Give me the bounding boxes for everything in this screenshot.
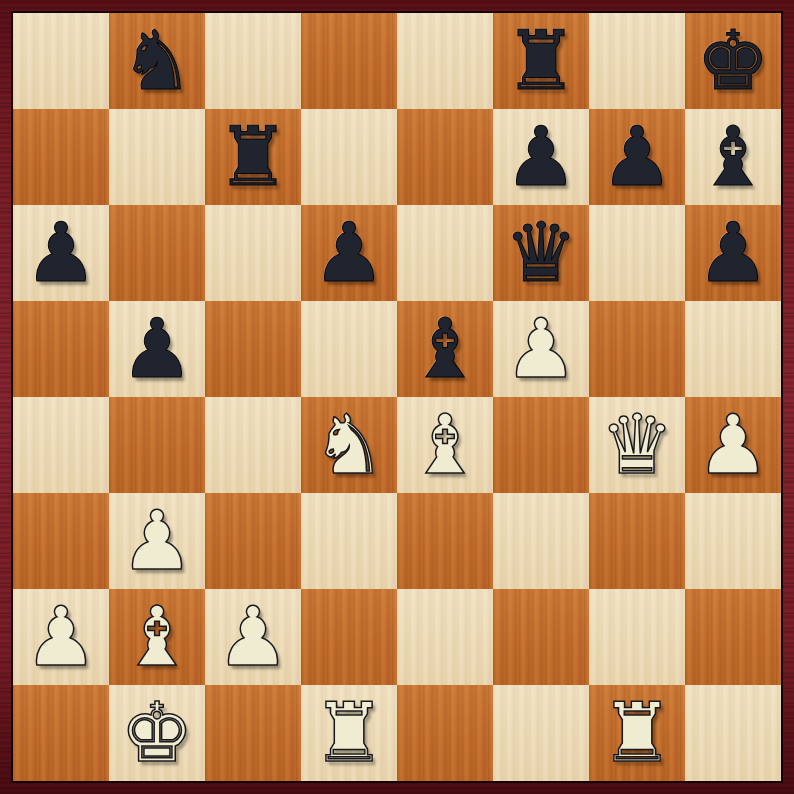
square-f4[interactable] <box>493 397 589 493</box>
square-c7[interactable]: ♜ <box>205 109 301 205</box>
square-f3[interactable] <box>493 493 589 589</box>
square-e1[interactable] <box>397 685 493 781</box>
black-pawn[interactable]: ♟ <box>696 205 770 301</box>
square-c1[interactable] <box>205 685 301 781</box>
white-knight[interactable]: ♞ <box>312 397 386 493</box>
square-g7[interactable]: ♟ <box>589 109 685 205</box>
square-a8[interactable] <box>13 13 109 109</box>
square-g4[interactable]: ♛ <box>589 397 685 493</box>
square-h8[interactable]: ♚ <box>685 13 781 109</box>
square-b8[interactable]: ♞ <box>109 13 205 109</box>
square-d7[interactable] <box>301 109 397 205</box>
square-h6[interactable]: ♟ <box>685 205 781 301</box>
square-c2[interactable]: ♟ <box>205 589 301 685</box>
square-b5[interactable]: ♟ <box>109 301 205 397</box>
square-d5[interactable] <box>301 301 397 397</box>
square-d2[interactable] <box>301 589 397 685</box>
black-rook[interactable]: ♜ <box>216 109 290 205</box>
square-e5[interactable]: ♝ <box>397 301 493 397</box>
white-pawn[interactable]: ♟ <box>696 397 770 493</box>
black-pawn[interactable]: ♟ <box>600 109 674 205</box>
square-d6[interactable]: ♟ <box>301 205 397 301</box>
square-f7[interactable]: ♟ <box>493 109 589 205</box>
square-e4[interactable]: ♝ <box>397 397 493 493</box>
square-f5[interactable]: ♟ <box>493 301 589 397</box>
square-e2[interactable] <box>397 589 493 685</box>
black-bishop[interactable]: ♝ <box>696 109 770 205</box>
white-pawn[interactable]: ♟ <box>216 589 290 685</box>
square-b4[interactable] <box>109 397 205 493</box>
square-d3[interactable] <box>301 493 397 589</box>
square-d1[interactable]: ♜ <box>301 685 397 781</box>
black-bishop[interactable]: ♝ <box>408 301 482 397</box>
square-h3[interactable] <box>685 493 781 589</box>
square-a6[interactable]: ♟ <box>13 205 109 301</box>
square-f1[interactable] <box>493 685 589 781</box>
black-pawn[interactable]: ♟ <box>504 109 578 205</box>
black-rook[interactable]: ♜ <box>504 13 578 109</box>
square-b2[interactable]: ♝ <box>109 589 205 685</box>
square-d4[interactable]: ♞ <box>301 397 397 493</box>
square-e7[interactable] <box>397 109 493 205</box>
square-h5[interactable] <box>685 301 781 397</box>
square-f2[interactable] <box>493 589 589 685</box>
square-c5[interactable] <box>205 301 301 397</box>
black-knight[interactable]: ♞ <box>120 13 194 109</box>
square-g3[interactable] <box>589 493 685 589</box>
square-a4[interactable] <box>13 397 109 493</box>
black-pawn[interactable]: ♟ <box>120 301 194 397</box>
white-rook[interactable]: ♜ <box>312 685 386 781</box>
square-g1[interactable]: ♜ <box>589 685 685 781</box>
square-b3[interactable]: ♟ <box>109 493 205 589</box>
white-bishop[interactable]: ♝ <box>120 589 194 685</box>
square-e6[interactable] <box>397 205 493 301</box>
square-b6[interactable] <box>109 205 205 301</box>
square-h1[interactable] <box>685 685 781 781</box>
square-g5[interactable] <box>589 301 685 397</box>
white-pawn[interactable]: ♟ <box>504 301 578 397</box>
black-king[interactable]: ♚ <box>696 13 770 109</box>
white-queen[interactable]: ♛ <box>600 397 674 493</box>
square-c8[interactable] <box>205 13 301 109</box>
square-e3[interactable] <box>397 493 493 589</box>
black-pawn[interactable]: ♟ <box>24 205 98 301</box>
square-c4[interactable] <box>205 397 301 493</box>
square-c6[interactable] <box>205 205 301 301</box>
square-f6[interactable]: ♛ <box>493 205 589 301</box>
white-bishop[interactable]: ♝ <box>408 397 482 493</box>
black-pawn[interactable]: ♟ <box>312 205 386 301</box>
square-h2[interactable] <box>685 589 781 685</box>
white-rook[interactable]: ♜ <box>600 685 674 781</box>
black-queen[interactable]: ♛ <box>504 205 578 301</box>
square-d8[interactable] <box>301 13 397 109</box>
square-c3[interactable] <box>205 493 301 589</box>
board-frame: ♞♜♚♜♟♟♝♟♟♛♟♟♝♟♞♝♛♟♟♟♝♟♚♜♜ <box>0 0 794 794</box>
chess-board: ♞♜♚♜♟♟♝♟♟♛♟♟♝♟♞♝♛♟♟♟♝♟♚♜♜ <box>11 11 783 783</box>
square-g6[interactable] <box>589 205 685 301</box>
square-a5[interactable] <box>13 301 109 397</box>
square-b1[interactable]: ♚ <box>109 685 205 781</box>
square-g8[interactable] <box>589 13 685 109</box>
white-pawn[interactable]: ♟ <box>24 589 98 685</box>
square-h4[interactable]: ♟ <box>685 397 781 493</box>
square-f8[interactable]: ♜ <box>493 13 589 109</box>
white-pawn[interactable]: ♟ <box>120 493 194 589</box>
white-king[interactable]: ♚ <box>120 685 194 781</box>
square-g2[interactable] <box>589 589 685 685</box>
square-h7[interactable]: ♝ <box>685 109 781 205</box>
square-a3[interactable] <box>13 493 109 589</box>
square-a7[interactable] <box>13 109 109 205</box>
square-b7[interactable] <box>109 109 205 205</box>
square-a1[interactable] <box>13 685 109 781</box>
square-e8[interactable] <box>397 13 493 109</box>
square-a2[interactable]: ♟ <box>13 589 109 685</box>
